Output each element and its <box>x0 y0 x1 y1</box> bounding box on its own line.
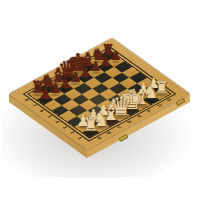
piece-white-rook-a1: ♜ <box>83 116 100 135</box>
piece-black-pawn-a7: ♟ <box>39 87 52 101</box>
chess-set-photo: ABCDEFGH 12345678 ♜♞♝♛♚♝♞♜♟♟♟♟♟♟♟♟♟♟♟♟♟♟… <box>0 0 200 200</box>
pieces-layer: ♜♞♝♛♚♝♞♜♟♟♟♟♟♟♟♟♟♟♟♟♟♟♟♟♜♞♝♛♚♝♞♜ <box>0 0 200 200</box>
